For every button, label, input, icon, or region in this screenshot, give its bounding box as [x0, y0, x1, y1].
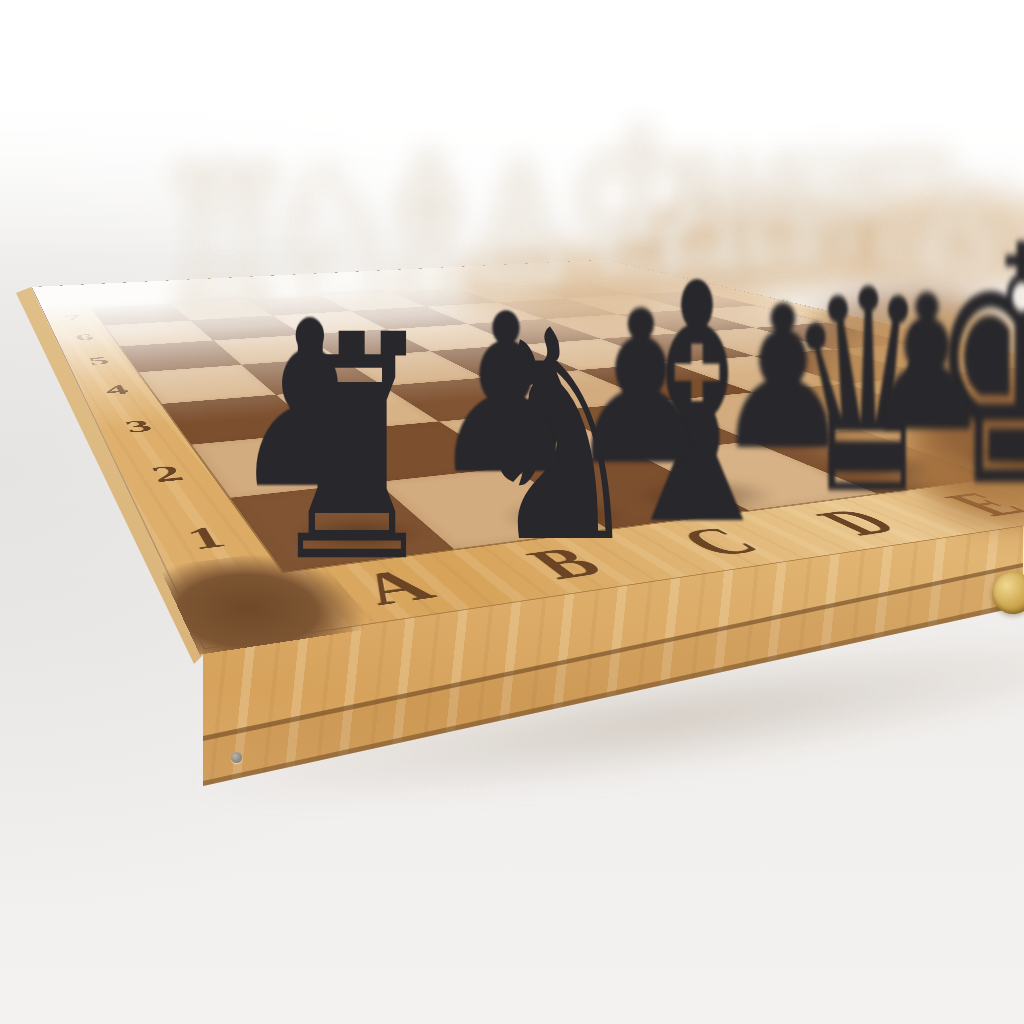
chess-set-photo: ABCDEFGH12345678 ♖♘♗♙♔♙♗♙♕♗♖♙♘ ♜♞♝♛♚♟♟♟♟… [0, 0, 1024, 1024]
black-pawn-glyph: ♟ [230, 291, 391, 521]
screw [231, 752, 242, 763]
black-pawn-glyph: ♟ [861, 270, 992, 458]
black-pawn-glyph: ♟ [714, 280, 852, 478]
black-pawn-glyph: ♟ [429, 285, 583, 505]
black-pawn-glyph: ♟ [567, 283, 715, 495]
